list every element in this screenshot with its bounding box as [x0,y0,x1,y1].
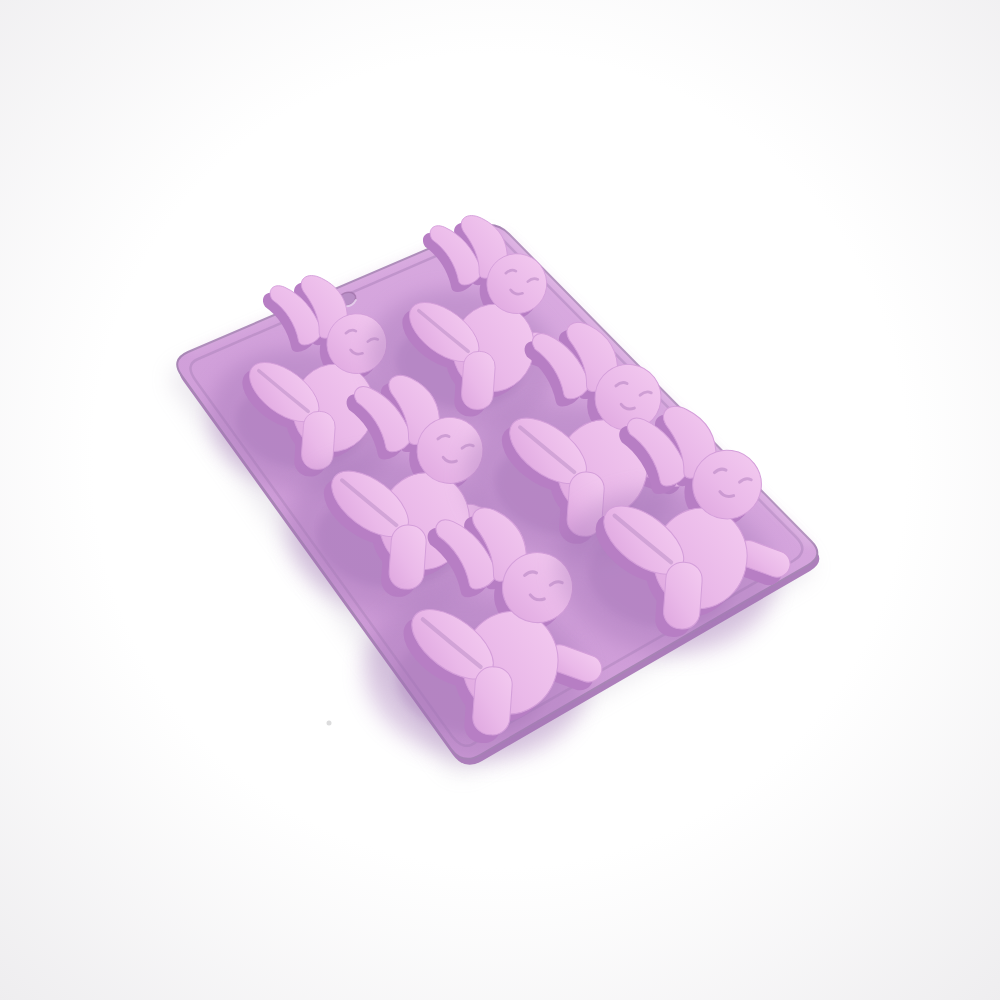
product-photo [0,0,1000,1000]
dust-speck [327,721,332,726]
photo-canvas [0,0,1000,1000]
